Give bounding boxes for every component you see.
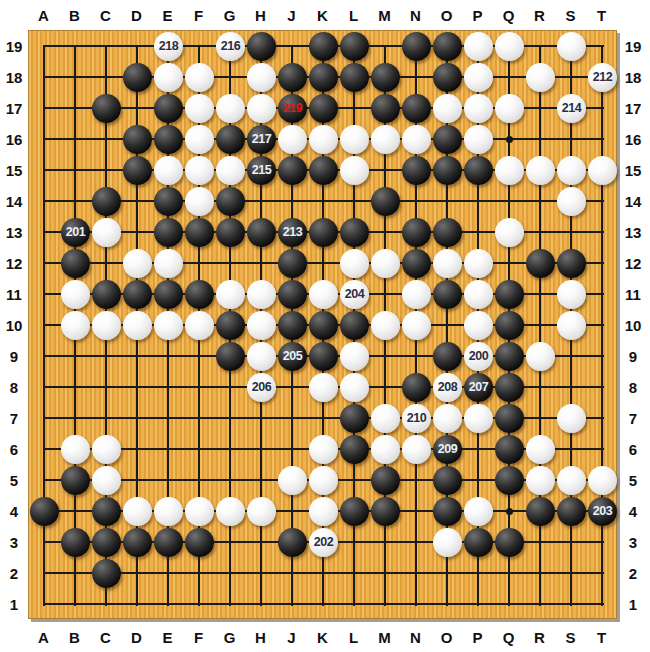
intersection-E14[interactable]: [153, 186, 184, 217]
intersection-Q14[interactable]: [494, 186, 525, 217]
intersection-S4[interactable]: [556, 496, 587, 527]
intersection-P10[interactable]: [463, 310, 494, 341]
intersection-R9[interactable]: [525, 341, 556, 372]
intersection-D15[interactable]: [122, 155, 153, 186]
intersection-A10[interactable]: [29, 310, 60, 341]
intersection-S8[interactable]: [556, 372, 587, 403]
intersection-C2[interactable]: [91, 558, 122, 589]
intersection-Q5[interactable]: [494, 465, 525, 496]
intersection-K18[interactable]: [308, 62, 339, 93]
intersection-N4[interactable]: [401, 496, 432, 527]
intersection-K10[interactable]: [308, 310, 339, 341]
intersection-H1[interactable]: [246, 589, 277, 620]
intersection-H10[interactable]: [246, 310, 277, 341]
intersection-C10[interactable]: [91, 310, 122, 341]
intersection-D18[interactable]: [122, 62, 153, 93]
intersection-B11[interactable]: [60, 279, 91, 310]
intersection-R19[interactable]: [525, 31, 556, 62]
intersection-F8[interactable]: [184, 372, 215, 403]
intersection-J8[interactable]: [277, 372, 308, 403]
intersection-G9[interactable]: [215, 341, 246, 372]
intersection-T19[interactable]: [587, 31, 618, 62]
intersection-B2[interactable]: [60, 558, 91, 589]
intersection-N10[interactable]: [401, 310, 432, 341]
intersection-A16[interactable]: [29, 124, 60, 155]
intersection-A15[interactable]: [29, 155, 60, 186]
intersection-M2[interactable]: [370, 558, 401, 589]
intersection-F2[interactable]: [184, 558, 215, 589]
intersection-H13[interactable]: [246, 217, 277, 248]
intersection-N18[interactable]: [401, 62, 432, 93]
intersection-P16[interactable]: [463, 124, 494, 155]
intersection-H7[interactable]: [246, 403, 277, 434]
intersection-T18[interactable]: 212: [587, 62, 618, 93]
intersection-N17[interactable]: [401, 93, 432, 124]
intersection-N3[interactable]: [401, 527, 432, 558]
intersection-L14[interactable]: [339, 186, 370, 217]
intersection-C3[interactable]: [91, 527, 122, 558]
intersection-P11[interactable]: [463, 279, 494, 310]
intersection-G16[interactable]: [215, 124, 246, 155]
intersection-F19[interactable]: [184, 31, 215, 62]
intersection-B15[interactable]: [60, 155, 91, 186]
intersection-N14[interactable]: [401, 186, 432, 217]
intersection-A12[interactable]: [29, 248, 60, 279]
intersection-N19[interactable]: [401, 31, 432, 62]
intersection-Q17[interactable]: [494, 93, 525, 124]
intersection-T17[interactable]: [587, 93, 618, 124]
intersection-K6[interactable]: [308, 434, 339, 465]
intersection-R12[interactable]: [525, 248, 556, 279]
intersection-K5[interactable]: [308, 465, 339, 496]
intersection-N1[interactable]: [401, 589, 432, 620]
intersection-L12[interactable]: [339, 248, 370, 279]
intersection-G8[interactable]: [215, 372, 246, 403]
intersection-M9[interactable]: [370, 341, 401, 372]
intersection-O1[interactable]: [432, 589, 463, 620]
intersection-S1[interactable]: [556, 589, 587, 620]
intersection-L8[interactable]: [339, 372, 370, 403]
intersection-K15[interactable]: [308, 155, 339, 186]
intersection-J12[interactable]: [277, 248, 308, 279]
intersection-P2[interactable]: [463, 558, 494, 589]
intersection-P4[interactable]: [463, 496, 494, 527]
intersection-B18[interactable]: [60, 62, 91, 93]
intersection-E6[interactable]: [153, 434, 184, 465]
intersection-J2[interactable]: [277, 558, 308, 589]
intersection-R4[interactable]: [525, 496, 556, 527]
intersection-H6[interactable]: [246, 434, 277, 465]
intersection-B19[interactable]: [60, 31, 91, 62]
intersection-M6[interactable]: [370, 434, 401, 465]
intersection-J19[interactable]: [277, 31, 308, 62]
intersection-P17[interactable]: [463, 93, 494, 124]
intersection-A3[interactable]: [29, 527, 60, 558]
intersection-G6[interactable]: [215, 434, 246, 465]
intersection-F3[interactable]: [184, 527, 215, 558]
intersection-B5[interactable]: [60, 465, 91, 496]
intersection-S19[interactable]: [556, 31, 587, 62]
intersection-K11[interactable]: [308, 279, 339, 310]
intersection-Q1[interactable]: [494, 589, 525, 620]
intersection-Q19[interactable]: [494, 31, 525, 62]
intersection-T8[interactable]: [587, 372, 618, 403]
intersection-D13[interactable]: [122, 217, 153, 248]
intersection-J3[interactable]: [277, 527, 308, 558]
intersection-Q2[interactable]: [494, 558, 525, 589]
intersection-T11[interactable]: [587, 279, 618, 310]
intersection-F11[interactable]: [184, 279, 215, 310]
intersection-R15[interactable]: [525, 155, 556, 186]
intersection-B1[interactable]: [60, 589, 91, 620]
intersection-A4[interactable]: [29, 496, 60, 527]
intersection-J17[interactable]: 219: [277, 93, 308, 124]
intersection-O4[interactable]: [432, 496, 463, 527]
intersection-R16[interactable]: [525, 124, 556, 155]
intersection-J1[interactable]: [277, 589, 308, 620]
intersection-S10[interactable]: [556, 310, 587, 341]
intersection-R6[interactable]: [525, 434, 556, 465]
intersection-T12[interactable]: [587, 248, 618, 279]
intersection-H2[interactable]: [246, 558, 277, 589]
intersection-Q7[interactable]: [494, 403, 525, 434]
intersection-R5[interactable]: [525, 465, 556, 496]
intersection-A17[interactable]: [29, 93, 60, 124]
intersection-H5[interactable]: [246, 465, 277, 496]
intersection-N2[interactable]: [401, 558, 432, 589]
intersection-D11[interactable]: [122, 279, 153, 310]
intersection-S5[interactable]: [556, 465, 587, 496]
intersection-B10[interactable]: [60, 310, 91, 341]
intersection-L2[interactable]: [339, 558, 370, 589]
intersection-Q4[interactable]: [494, 496, 525, 527]
intersection-P18[interactable]: [463, 62, 494, 93]
intersection-K16[interactable]: [308, 124, 339, 155]
intersection-N8[interactable]: [401, 372, 432, 403]
intersection-L4[interactable]: [339, 496, 370, 527]
intersection-B16[interactable]: [60, 124, 91, 155]
intersection-E13[interactable]: [153, 217, 184, 248]
intersection-M3[interactable]: [370, 527, 401, 558]
intersection-T6[interactable]: [587, 434, 618, 465]
intersection-M14[interactable]: [370, 186, 401, 217]
intersection-C1[interactable]: [91, 589, 122, 620]
intersection-F7[interactable]: [184, 403, 215, 434]
intersection-T4[interactable]: 203: [587, 496, 618, 527]
intersection-A13[interactable]: [29, 217, 60, 248]
intersection-F14[interactable]: [184, 186, 215, 217]
intersection-K19[interactable]: [308, 31, 339, 62]
intersection-B3[interactable]: [60, 527, 91, 558]
intersection-C9[interactable]: [91, 341, 122, 372]
intersection-L10[interactable]: [339, 310, 370, 341]
intersection-J15[interactable]: [277, 155, 308, 186]
intersection-L5[interactable]: [339, 465, 370, 496]
intersection-M16[interactable]: [370, 124, 401, 155]
intersection-J5[interactable]: [277, 465, 308, 496]
intersection-O11[interactable]: [432, 279, 463, 310]
intersection-P6[interactable]: [463, 434, 494, 465]
intersection-E9[interactable]: [153, 341, 184, 372]
intersection-L16[interactable]: [339, 124, 370, 155]
intersection-B7[interactable]: [60, 403, 91, 434]
intersection-L9[interactable]: [339, 341, 370, 372]
intersection-J14[interactable]: [277, 186, 308, 217]
intersection-P19[interactable]: [463, 31, 494, 62]
intersection-B14[interactable]: [60, 186, 91, 217]
intersection-G19[interactable]: 216: [215, 31, 246, 62]
intersection-Q8[interactable]: [494, 372, 525, 403]
intersection-D8[interactable]: [122, 372, 153, 403]
intersection-D17[interactable]: [122, 93, 153, 124]
intersection-E8[interactable]: [153, 372, 184, 403]
intersection-G18[interactable]: [215, 62, 246, 93]
intersection-G11[interactable]: [215, 279, 246, 310]
intersection-D1[interactable]: [122, 589, 153, 620]
intersection-F6[interactable]: [184, 434, 215, 465]
intersection-E3[interactable]: [153, 527, 184, 558]
intersection-P12[interactable]: [463, 248, 494, 279]
intersection-R3[interactable]: [525, 527, 556, 558]
intersection-S7[interactable]: [556, 403, 587, 434]
intersection-K1[interactable]: [308, 589, 339, 620]
intersection-C16[interactable]: [91, 124, 122, 155]
intersection-G15[interactable]: [215, 155, 246, 186]
intersection-N12[interactable]: [401, 248, 432, 279]
intersection-O9[interactable]: [432, 341, 463, 372]
intersection-T10[interactable]: [587, 310, 618, 341]
intersection-J18[interactable]: [277, 62, 308, 93]
intersection-Q10[interactable]: [494, 310, 525, 341]
intersection-O15[interactable]: [432, 155, 463, 186]
intersection-H17[interactable]: [246, 93, 277, 124]
intersection-Q3[interactable]: [494, 527, 525, 558]
intersection-G3[interactable]: [215, 527, 246, 558]
intersection-A11[interactable]: [29, 279, 60, 310]
intersection-O14[interactable]: [432, 186, 463, 217]
intersection-M17[interactable]: [370, 93, 401, 124]
intersection-D4[interactable]: [122, 496, 153, 527]
intersection-F9[interactable]: [184, 341, 215, 372]
intersection-A5[interactable]: [29, 465, 60, 496]
intersection-P13[interactable]: [463, 217, 494, 248]
intersection-E1[interactable]: [153, 589, 184, 620]
intersection-T9[interactable]: [587, 341, 618, 372]
intersection-F17[interactable]: [184, 93, 215, 124]
intersection-E10[interactable]: [153, 310, 184, 341]
intersection-C12[interactable]: [91, 248, 122, 279]
intersection-E2[interactable]: [153, 558, 184, 589]
intersection-H15[interactable]: 215: [246, 155, 277, 186]
intersection-R13[interactable]: [525, 217, 556, 248]
intersection-H18[interactable]: [246, 62, 277, 93]
intersection-R7[interactable]: [525, 403, 556, 434]
intersection-R11[interactable]: [525, 279, 556, 310]
intersection-K14[interactable]: [308, 186, 339, 217]
intersection-B17[interactable]: [60, 93, 91, 124]
intersection-O12[interactable]: [432, 248, 463, 279]
intersection-R17[interactable]: [525, 93, 556, 124]
intersection-T7[interactable]: [587, 403, 618, 434]
intersection-P8[interactable]: 207: [463, 372, 494, 403]
intersection-C19[interactable]: [91, 31, 122, 62]
intersection-C8[interactable]: [91, 372, 122, 403]
intersection-H16[interactable]: 217: [246, 124, 277, 155]
intersection-L19[interactable]: [339, 31, 370, 62]
intersection-S12[interactable]: [556, 248, 587, 279]
intersection-D12[interactable]: [122, 248, 153, 279]
intersection-E5[interactable]: [153, 465, 184, 496]
intersection-A8[interactable]: [29, 372, 60, 403]
intersection-K12[interactable]: [308, 248, 339, 279]
intersection-H19[interactable]: [246, 31, 277, 62]
intersection-M12[interactable]: [370, 248, 401, 279]
intersection-G5[interactable]: [215, 465, 246, 496]
intersection-C4[interactable]: [91, 496, 122, 527]
intersection-M1[interactable]: [370, 589, 401, 620]
intersection-M15[interactable]: [370, 155, 401, 186]
intersection-G7[interactable]: [215, 403, 246, 434]
intersection-D10[interactable]: [122, 310, 153, 341]
intersection-P7[interactable]: [463, 403, 494, 434]
intersection-R14[interactable]: [525, 186, 556, 217]
intersection-S16[interactable]: [556, 124, 587, 155]
intersection-S18[interactable]: [556, 62, 587, 93]
intersection-H8[interactable]: 206: [246, 372, 277, 403]
intersection-E16[interactable]: [153, 124, 184, 155]
intersection-L13[interactable]: [339, 217, 370, 248]
intersection-E12[interactable]: [153, 248, 184, 279]
intersection-D5[interactable]: [122, 465, 153, 496]
intersection-K2[interactable]: [308, 558, 339, 589]
intersection-H3[interactable]: [246, 527, 277, 558]
intersection-O13[interactable]: [432, 217, 463, 248]
intersection-R2[interactable]: [525, 558, 556, 589]
intersection-C18[interactable]: [91, 62, 122, 93]
intersection-E19[interactable]: 218: [153, 31, 184, 62]
intersection-L3[interactable]: [339, 527, 370, 558]
intersection-L6[interactable]: [339, 434, 370, 465]
intersection-J4[interactable]: [277, 496, 308, 527]
intersection-T1[interactable]: [587, 589, 618, 620]
intersection-S3[interactable]: [556, 527, 587, 558]
intersection-A18[interactable]: [29, 62, 60, 93]
intersection-P3[interactable]: [463, 527, 494, 558]
intersection-M5[interactable]: [370, 465, 401, 496]
intersection-P15[interactable]: [463, 155, 494, 186]
intersection-A14[interactable]: [29, 186, 60, 217]
intersection-H12[interactable]: [246, 248, 277, 279]
intersection-G2[interactable]: [215, 558, 246, 589]
intersection-G1[interactable]: [215, 589, 246, 620]
intersection-D7[interactable]: [122, 403, 153, 434]
intersection-P9[interactable]: 200: [463, 341, 494, 372]
intersection-E18[interactable]: [153, 62, 184, 93]
intersection-J10[interactable]: [277, 310, 308, 341]
intersection-T5[interactable]: [587, 465, 618, 496]
intersection-B12[interactable]: [60, 248, 91, 279]
intersection-S17[interactable]: 214: [556, 93, 587, 124]
intersection-O19[interactable]: [432, 31, 463, 62]
intersection-C17[interactable]: [91, 93, 122, 124]
intersection-F16[interactable]: [184, 124, 215, 155]
intersection-G12[interactable]: [215, 248, 246, 279]
intersection-S6[interactable]: [556, 434, 587, 465]
intersection-E15[interactable]: [153, 155, 184, 186]
intersection-F12[interactable]: [184, 248, 215, 279]
intersection-O7[interactable]: [432, 403, 463, 434]
intersection-F10[interactable]: [184, 310, 215, 341]
intersection-H14[interactable]: [246, 186, 277, 217]
intersection-C14[interactable]: [91, 186, 122, 217]
intersection-N13[interactable]: [401, 217, 432, 248]
intersection-D3[interactable]: [122, 527, 153, 558]
intersection-G14[interactable]: [215, 186, 246, 217]
intersection-L7[interactable]: [339, 403, 370, 434]
intersection-O3[interactable]: [432, 527, 463, 558]
intersection-T2[interactable]: [587, 558, 618, 589]
intersection-B6[interactable]: [60, 434, 91, 465]
intersection-K3[interactable]: 202: [308, 527, 339, 558]
intersection-R1[interactable]: [525, 589, 556, 620]
intersection-F15[interactable]: [184, 155, 215, 186]
intersection-E7[interactable]: [153, 403, 184, 434]
intersection-F4[interactable]: [184, 496, 215, 527]
intersection-S13[interactable]: [556, 217, 587, 248]
intersection-H11[interactable]: [246, 279, 277, 310]
intersection-N15[interactable]: [401, 155, 432, 186]
intersection-R8[interactable]: [525, 372, 556, 403]
intersection-M8[interactable]: [370, 372, 401, 403]
intersection-Q13[interactable]: [494, 217, 525, 248]
intersection-M13[interactable]: [370, 217, 401, 248]
intersection-J9[interactable]: 205: [277, 341, 308, 372]
intersection-Q9[interactable]: [494, 341, 525, 372]
intersection-P1[interactable]: [463, 589, 494, 620]
intersection-B13[interactable]: 201: [60, 217, 91, 248]
intersection-M10[interactable]: [370, 310, 401, 341]
intersection-G17[interactable]: [215, 93, 246, 124]
intersection-C13[interactable]: [91, 217, 122, 248]
intersection-N11[interactable]: [401, 279, 432, 310]
intersection-F1[interactable]: [184, 589, 215, 620]
intersection-C5[interactable]: [91, 465, 122, 496]
intersection-T15[interactable]: [587, 155, 618, 186]
intersection-N6[interactable]: [401, 434, 432, 465]
intersection-M7[interactable]: [370, 403, 401, 434]
intersection-G13[interactable]: [215, 217, 246, 248]
intersection-T3[interactable]: [587, 527, 618, 558]
intersection-T14[interactable]: [587, 186, 618, 217]
intersection-A1[interactable]: [29, 589, 60, 620]
intersection-S2[interactable]: [556, 558, 587, 589]
intersection-M4[interactable]: [370, 496, 401, 527]
intersection-F18[interactable]: [184, 62, 215, 93]
intersection-M19[interactable]: [370, 31, 401, 62]
intersection-R10[interactable]: [525, 310, 556, 341]
intersection-S14[interactable]: [556, 186, 587, 217]
intersection-D14[interactable]: [122, 186, 153, 217]
intersection-B9[interactable]: [60, 341, 91, 372]
intersection-M11[interactable]: [370, 279, 401, 310]
intersection-Q11[interactable]: [494, 279, 525, 310]
intersection-A19[interactable]: [29, 31, 60, 62]
intersection-M18[interactable]: [370, 62, 401, 93]
intersection-O5[interactable]: [432, 465, 463, 496]
intersection-S11[interactable]: [556, 279, 587, 310]
intersection-L18[interactable]: [339, 62, 370, 93]
intersection-K9[interactable]: [308, 341, 339, 372]
